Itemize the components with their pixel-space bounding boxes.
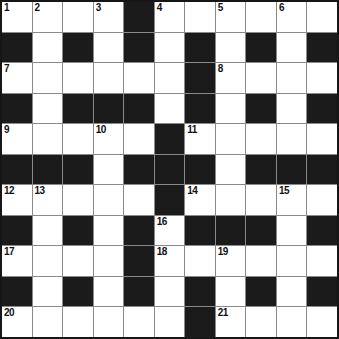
black-cell-r1c8 [246,33,276,63]
white-cell-r2c8[interactable] [246,63,276,93]
white-cell-r10c9[interactable] [277,307,307,337]
white-cell-r9c3[interactable] [94,277,124,307]
white-cell-r4c8[interactable] [246,124,276,154]
white-cell-r3c1[interactable] [33,94,63,124]
black-cell-r7c2 [63,216,93,246]
white-cell-r4c3[interactable]: 10 [94,124,124,154]
white-cell-r2c10[interactable] [307,63,337,93]
clue-number-9: 9 [4,124,9,136]
black-cell-r6c5 [155,185,185,215]
black-cell-r3c2 [63,94,93,124]
black-cell-r8c4 [124,246,154,276]
white-cell-r3c9[interactable] [277,94,307,124]
white-cell-r2c0[interactable]: 7 [2,63,32,93]
white-cell-r10c5[interactable] [155,307,185,337]
white-cell-r4c4[interactable] [124,124,154,154]
white-cell-r10c10[interactable] [307,307,337,337]
white-cell-r2c2[interactable] [63,63,93,93]
black-cell-r1c10 [307,33,337,63]
clue-number-15: 15 [279,185,289,197]
black-cell-r5c8 [246,155,276,185]
white-cell-r3c5[interactable] [155,94,185,124]
black-cell-r7c0 [2,216,32,246]
white-cell-r1c1[interactable] [33,33,63,63]
clue-number-8: 8 [218,63,223,75]
black-cell-r3c6 [185,94,215,124]
black-cell-r9c4 [124,277,154,307]
clue-number-21: 21 [218,307,228,319]
white-cell-r6c10[interactable] [307,185,337,215]
white-cell-r6c8[interactable] [246,185,276,215]
clue-number-14: 14 [187,185,197,197]
black-cell-r2c6 [185,63,215,93]
white-cell-r1c9[interactable] [277,33,307,63]
white-cell-r4c9[interactable] [277,124,307,154]
white-cell-r5c7[interactable] [216,155,246,185]
white-cell-r8c10[interactable] [307,246,337,276]
white-cell-r8c5[interactable]: 18 [155,246,185,276]
white-cell-r0c2[interactable] [63,2,93,32]
clue-number-12: 12 [4,185,14,197]
white-cell-r2c5[interactable] [155,63,185,93]
crossword-grid: 123456789101112131415161718192021 [0,0,339,339]
white-cell-r4c0[interactable]: 9 [2,124,32,154]
white-cell-r9c7[interactable] [216,277,246,307]
white-cell-r4c6[interactable]: 11 [185,124,215,154]
white-cell-r2c3[interactable] [94,63,124,93]
white-cell-r3c7[interactable] [216,94,246,124]
black-cell-r4c5 [155,124,185,154]
white-cell-r10c7[interactable]: 21 [216,307,246,337]
clue-number-11: 11 [187,124,197,136]
white-cell-r2c9[interactable] [277,63,307,93]
white-cell-r6c6[interactable]: 14 [185,185,215,215]
clue-number-1: 1 [4,2,9,14]
clue-number-2: 2 [35,2,40,14]
white-cell-r8c1[interactable] [33,246,63,276]
clue-number-4: 4 [157,2,162,14]
clue-number-19: 19 [218,246,228,258]
black-cell-r9c2 [63,277,93,307]
white-cell-r9c1[interactable] [33,277,63,307]
black-cell-r1c2 [63,33,93,63]
clue-number-5: 5 [218,2,223,14]
white-cell-r2c1[interactable] [33,63,63,93]
white-cell-r8c0[interactable]: 17 [2,246,32,276]
black-cell-r10c6 [185,307,215,337]
black-cell-r0c4 [124,2,154,32]
white-cell-r0c8[interactable] [246,2,276,32]
clue-number-7: 7 [4,63,9,75]
black-cell-r7c8 [246,216,276,246]
white-cell-r0c0[interactable]: 1 [2,2,32,32]
white-cell-r10c8[interactable] [246,307,276,337]
black-cell-r3c0 [2,94,32,124]
white-cell-r0c7[interactable]: 5 [216,2,246,32]
white-cell-r1c5[interactable] [155,33,185,63]
black-cell-r9c8 [246,277,276,307]
white-cell-r6c4[interactable] [124,185,154,215]
clue-number-13: 13 [35,185,45,197]
white-cell-r4c2[interactable] [63,124,93,154]
black-cell-r5c5 [155,155,185,185]
black-cell-r3c3 [94,94,124,124]
white-cell-r6c2[interactable] [63,185,93,215]
black-cell-r5c9 [277,155,307,185]
white-cell-r7c1[interactable] [33,216,63,246]
white-cell-r5c3[interactable] [94,155,124,185]
white-cell-r7c3[interactable] [94,216,124,246]
white-cell-r2c4[interactable] [124,63,154,93]
white-cell-r0c3[interactable]: 3 [94,2,124,32]
clue-number-3: 3 [96,2,101,14]
white-cell-r4c10[interactable] [307,124,337,154]
black-cell-r9c6 [185,277,215,307]
black-cell-r5c4 [124,155,154,185]
black-cell-r5c2 [63,155,93,185]
black-cell-r5c0 [2,155,32,185]
white-cell-r4c1[interactable] [33,124,63,154]
black-cell-r3c8 [246,94,276,124]
white-cell-r4c7[interactable] [216,124,246,154]
white-cell-r7c5[interactable]: 16 [155,216,185,246]
clue-number-20: 20 [4,307,14,319]
white-cell-r2c7[interactable]: 8 [216,63,246,93]
white-cell-r8c9[interactable] [277,246,307,276]
white-cell-r10c4[interactable] [124,307,154,337]
black-cell-r5c1 [33,155,63,185]
white-cell-r8c3[interactable] [94,246,124,276]
black-cell-r1c0 [2,33,32,63]
black-cell-r1c4 [124,33,154,63]
black-cell-r9c10 [307,277,337,307]
white-cell-r8c6[interactable] [185,246,215,276]
black-cell-r9c0 [2,277,32,307]
white-cell-r6c0[interactable]: 12 [2,185,32,215]
clue-number-10: 10 [96,124,106,136]
black-cell-r3c4 [124,94,154,124]
white-cell-r8c8[interactable] [246,246,276,276]
white-cell-r8c2[interactable] [63,246,93,276]
black-cell-r3c10 [307,94,337,124]
white-cell-r7c9[interactable] [277,216,307,246]
white-cell-r8c7[interactable]: 19 [216,246,246,276]
black-cell-r7c7 [216,216,246,246]
black-cell-r7c4 [124,216,154,246]
white-cell-r0c10[interactable] [307,2,337,32]
clue-number-16: 16 [157,216,167,228]
clue-number-17: 17 [4,246,14,258]
white-cell-r10c0[interactable]: 20 [2,307,32,337]
white-cell-r0c9[interactable]: 6 [277,2,307,32]
white-cell-r6c9[interactable]: 15 [277,185,307,215]
black-cell-r5c6 [185,155,215,185]
black-cell-r7c6 [185,216,215,246]
white-cell-r9c9[interactable] [277,277,307,307]
white-cell-r1c7[interactable] [216,33,246,63]
white-cell-r10c2[interactable] [63,307,93,337]
black-cell-r5c10 [307,155,337,185]
white-cell-r10c1[interactable] [33,307,63,337]
white-cell-r0c5[interactable]: 4 [155,2,185,32]
white-cell-r6c1[interactable]: 13 [33,185,63,215]
white-cell-r1c3[interactable] [94,33,124,63]
black-cell-r7c10 [307,216,337,246]
white-cell-r6c7[interactable] [216,185,246,215]
white-cell-r0c6[interactable] [185,2,215,32]
white-cell-r10c3[interactable] [94,307,124,337]
clue-number-6: 6 [279,2,284,14]
white-cell-r0c1[interactable]: 2 [33,2,63,32]
white-cell-r9c5[interactable] [155,277,185,307]
clue-number-18: 18 [157,246,167,258]
black-cell-r1c6 [185,33,215,63]
white-cell-r6c3[interactable] [94,185,124,215]
